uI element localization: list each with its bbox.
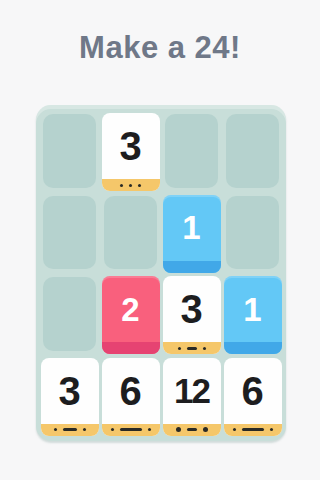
cell-r1c3 bbox=[226, 196, 279, 270]
game-board[interactable]: 3 1 2 3 bbox=[36, 105, 286, 441]
card-feet-icon bbox=[102, 424, 160, 436]
goal-title: Make a 24! bbox=[0, 30, 320, 66]
card-value: 6 bbox=[119, 371, 141, 411]
card-feet-icon bbox=[163, 342, 221, 354]
card-1-r1c2[interactable]: 1 bbox=[163, 195, 221, 273]
card-value: 1 bbox=[243, 293, 261, 326]
cell-r3c2: 12 bbox=[165, 359, 218, 433]
cell-r3c3: 6 bbox=[226, 359, 279, 433]
cell-r1c1 bbox=[104, 196, 157, 270]
card-feet-icon bbox=[102, 179, 160, 191]
card-face: 3 bbox=[41, 358, 99, 424]
card-value: 3 bbox=[58, 371, 80, 411]
cell-r2c3: 1 bbox=[226, 277, 279, 351]
card-face: 1 bbox=[224, 276, 282, 342]
cell-r1c2: 1 bbox=[165, 196, 218, 270]
cell-r0c1: 3 bbox=[104, 114, 157, 188]
card-2-r2c1[interactable]: 2 bbox=[102, 276, 160, 354]
card-face: 3 bbox=[163, 276, 221, 342]
card-edge bbox=[163, 261, 221, 273]
card-3-r0c1[interactable]: 3 bbox=[102, 113, 160, 191]
card-value: 3 bbox=[180, 289, 202, 329]
cell-r3c1: 6 bbox=[104, 359, 157, 433]
card-value: 2 bbox=[121, 293, 139, 326]
card-value: 1 bbox=[182, 211, 200, 244]
card-feet-icon bbox=[224, 424, 282, 436]
cell-r2c1: 2 bbox=[104, 277, 157, 351]
card-edge bbox=[102, 342, 160, 354]
card-edge bbox=[224, 342, 282, 354]
card-face: 1 bbox=[163, 195, 221, 261]
card-face: 6 bbox=[102, 358, 160, 424]
card-3-r2c2[interactable]: 3 bbox=[163, 276, 221, 354]
card-12-r3c2[interactable]: 12 bbox=[163, 358, 221, 436]
card-value: 6 bbox=[241, 371, 263, 411]
card-6-r3c1[interactable]: 6 bbox=[102, 358, 160, 436]
card-6-r3c3[interactable]: 6 bbox=[224, 358, 282, 436]
card-value: 12 bbox=[174, 373, 209, 408]
card-3-r3c0[interactable]: 3 bbox=[41, 358, 99, 436]
card-feet-icon bbox=[41, 424, 99, 436]
cell-r0c2 bbox=[165, 114, 218, 188]
card-face: 3 bbox=[102, 113, 160, 179]
cell-r3c0: 3 bbox=[43, 359, 96, 433]
card-1-r2c3[interactable]: 1 bbox=[224, 276, 282, 354]
card-face: 2 bbox=[102, 276, 160, 342]
cell-r0c0 bbox=[43, 114, 96, 188]
card-face: 6 bbox=[224, 358, 282, 424]
cell-r2c2: 3 bbox=[165, 277, 218, 351]
card-value: 3 bbox=[119, 126, 141, 166]
cell-r2c0 bbox=[43, 277, 96, 351]
cell-r1c0 bbox=[43, 196, 96, 270]
cell-r0c3 bbox=[226, 114, 279, 188]
card-feet-icon bbox=[163, 424, 221, 436]
card-face: 12 bbox=[163, 358, 221, 424]
